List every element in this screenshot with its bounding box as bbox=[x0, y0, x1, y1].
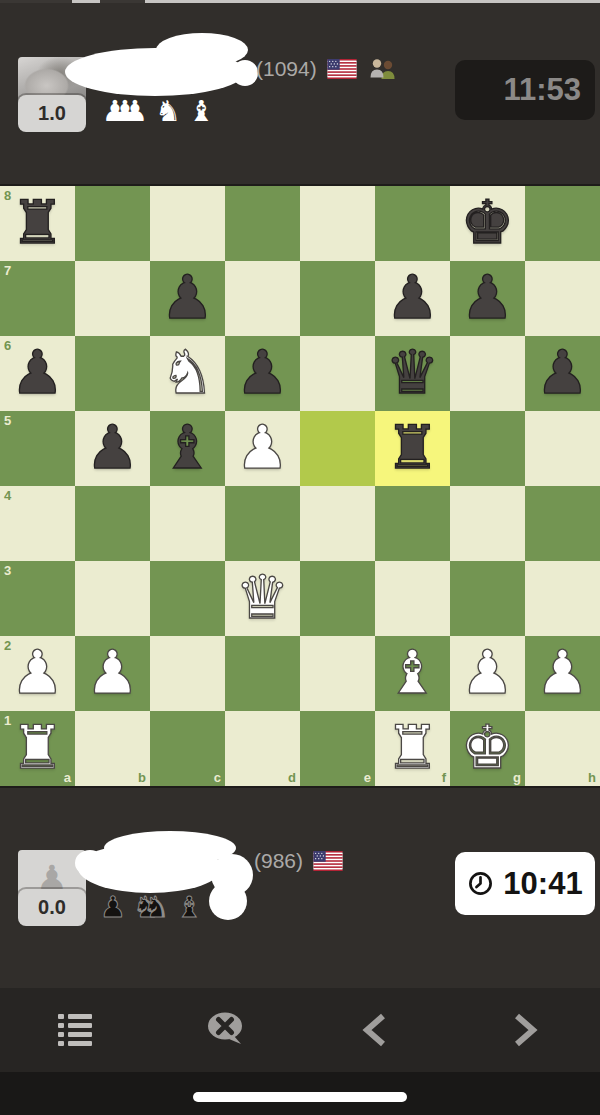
move-list-button[interactable] bbox=[52, 1007, 98, 1053]
square-g8[interactable]: ♚ bbox=[450, 186, 525, 261]
square-d8[interactable] bbox=[225, 186, 300, 261]
square-e2[interactable] bbox=[300, 636, 375, 711]
square-h1[interactable]: h bbox=[525, 711, 600, 786]
coord-file-a: a bbox=[64, 771, 71, 784]
square-e7[interactable] bbox=[300, 261, 375, 336]
square-c3[interactable] bbox=[150, 561, 225, 636]
square-g5[interactable] bbox=[450, 411, 525, 486]
square-b4[interactable] bbox=[75, 486, 150, 561]
bottom-player-rating: (986) bbox=[254, 849, 303, 873]
black-pawn-h6: ♟ bbox=[536, 342, 590, 402]
black-rook-a8: ♜ bbox=[11, 192, 65, 252]
square-f3[interactable] bbox=[375, 561, 450, 636]
forward-button[interactable] bbox=[502, 1007, 548, 1053]
coord-file-e: e bbox=[364, 771, 371, 784]
square-b2[interactable]: ♟ bbox=[75, 636, 150, 711]
white-pawn-b2: ♟ bbox=[86, 642, 140, 702]
black-pawn-f7: ♟ bbox=[386, 267, 440, 327]
white-knight-c6: ♞ bbox=[161, 342, 215, 402]
white-pawn-g2: ♟ bbox=[461, 642, 515, 702]
square-c4[interactable] bbox=[150, 486, 225, 561]
coord-file-g: g bbox=[513, 771, 521, 784]
square-b8[interactable] bbox=[75, 186, 150, 261]
square-b7[interactable] bbox=[75, 261, 150, 336]
square-e4[interactable] bbox=[300, 486, 375, 561]
square-e3[interactable] bbox=[300, 561, 375, 636]
back-button[interactable] bbox=[352, 1007, 398, 1053]
white-pawn-d5: ♟ bbox=[236, 417, 290, 477]
square-e5[interactable] bbox=[300, 411, 375, 486]
square-d7[interactable] bbox=[225, 261, 300, 336]
square-a6[interactable]: 6♟ bbox=[0, 336, 75, 411]
us-flag-icon bbox=[327, 59, 357, 79]
move-list-icon bbox=[58, 1014, 92, 1046]
redacted-name-scribble bbox=[70, 823, 265, 928]
square-b5[interactable]: ♟ bbox=[75, 411, 150, 486]
coord-file-h: h bbox=[588, 771, 596, 784]
square-a8[interactable]: 8♜ bbox=[0, 186, 75, 261]
us-flag-icon bbox=[313, 851, 343, 871]
bottom-player-name-row[interactable]: (986) bbox=[254, 848, 343, 874]
captured-white-pawn-icon: ♟ bbox=[122, 97, 148, 126]
coord-rank-5: 5 bbox=[4, 414, 11, 427]
white-pawn-a2: ♟ bbox=[11, 642, 65, 702]
square-c6[interactable]: ♞ bbox=[150, 336, 225, 411]
square-d4[interactable] bbox=[225, 486, 300, 561]
coord-rank-4: 4 bbox=[4, 489, 11, 502]
white-pawn-h2: ♟ bbox=[536, 642, 590, 702]
black-pawn-b5: ♟ bbox=[86, 417, 140, 477]
black-queen-f6: ♛ bbox=[386, 342, 440, 402]
white-rook-f1: ♜ bbox=[386, 717, 440, 777]
square-f8[interactable] bbox=[375, 186, 450, 261]
bottom-player-clock: 10:41 bbox=[455, 852, 595, 915]
square-d3[interactable]: ♛ bbox=[225, 561, 300, 636]
square-h6[interactable]: ♟ bbox=[525, 336, 600, 411]
coord-rank-6: 6 bbox=[4, 339, 11, 352]
square-f5[interactable]: ♜ bbox=[375, 411, 450, 486]
square-c7[interactable]: ♟ bbox=[150, 261, 225, 336]
captured-white-bishop-icon: ♝ bbox=[188, 97, 214, 126]
top-player-rating: (1094) bbox=[256, 57, 317, 81]
status-bar-redaction bbox=[100, 0, 145, 3]
square-a1[interactable]: 1a♜ bbox=[0, 711, 75, 786]
square-e6[interactable] bbox=[300, 336, 375, 411]
black-pawn-g7: ♟ bbox=[461, 267, 515, 327]
top-player-name-row[interactable]: (1094) bbox=[256, 56, 399, 82]
coord-rank-8: 8 bbox=[4, 189, 11, 202]
square-c1[interactable]: c bbox=[150, 711, 225, 786]
square-d6[interactable]: ♟ bbox=[225, 336, 300, 411]
white-bishop-f2: ♝ bbox=[386, 642, 440, 702]
two-people-icon bbox=[367, 57, 399, 81]
coord-rank-3: 3 bbox=[4, 564, 11, 577]
game-toolbar bbox=[0, 988, 600, 1072]
square-f1[interactable]: f♜ bbox=[375, 711, 450, 786]
home-indicator[interactable] bbox=[193, 1092, 407, 1102]
captured-white-knight-icon: ♞ bbox=[155, 97, 181, 126]
black-pawn-c7: ♟ bbox=[161, 267, 215, 327]
square-a4[interactable]: 4 bbox=[0, 486, 75, 561]
white-rook-a1: ♜ bbox=[11, 717, 65, 777]
square-b6[interactable] bbox=[75, 336, 150, 411]
redacted-name-scribble bbox=[60, 28, 265, 100]
square-b1[interactable]: b bbox=[75, 711, 150, 786]
coord-file-d: d bbox=[288, 771, 296, 784]
status-bar bbox=[0, 0, 600, 3]
black-king-g8: ♚ bbox=[461, 192, 515, 252]
board-bottom-edge bbox=[0, 786, 600, 788]
square-g7[interactable]: ♟ bbox=[450, 261, 525, 336]
square-g1[interactable]: g♚ bbox=[450, 711, 525, 786]
chat-disabled-button[interactable] bbox=[202, 1007, 248, 1053]
coord-rank-2: 2 bbox=[4, 639, 11, 652]
square-a5[interactable]: 5 bbox=[0, 411, 75, 486]
square-h8[interactable] bbox=[525, 186, 600, 261]
square-g2[interactable]: ♟ bbox=[450, 636, 525, 711]
top-player-clock: 11:53 bbox=[455, 60, 595, 120]
chess-board: 8♜♚7♟♟♟6♟♞♟♛♟5♟♝♟♜43♛2♟♟♝♟♟1a♜bcdef♜g♚h bbox=[0, 186, 600, 786]
square-e8[interactable] bbox=[300, 186, 375, 261]
black-pawn-d6: ♟ bbox=[236, 342, 290, 402]
square-a3[interactable]: 3 bbox=[0, 561, 75, 636]
square-d5[interactable]: ♟ bbox=[225, 411, 300, 486]
status-bar-redaction bbox=[0, 0, 72, 3]
square-h5[interactable] bbox=[525, 411, 600, 486]
black-rook-f5: ♜ bbox=[386, 417, 440, 477]
coord-file-f: f bbox=[442, 771, 446, 784]
square-f6[interactable]: ♛ bbox=[375, 336, 450, 411]
square-c2[interactable] bbox=[150, 636, 225, 711]
bottom-player-clock-time: 10:41 bbox=[503, 866, 582, 902]
white-queen-d3: ♛ bbox=[236, 567, 290, 627]
white-king-g1: ♚ bbox=[461, 717, 515, 777]
coord-rank-7: 7 bbox=[4, 264, 11, 277]
chevron-right-icon bbox=[512, 1013, 538, 1047]
square-g4[interactable] bbox=[450, 486, 525, 561]
square-g6[interactable] bbox=[450, 336, 525, 411]
square-h4[interactable] bbox=[525, 486, 600, 561]
square-e1[interactable]: e bbox=[300, 711, 375, 786]
square-d2[interactable] bbox=[225, 636, 300, 711]
square-f4[interactable] bbox=[375, 486, 450, 561]
chat-disabled-icon bbox=[204, 1011, 246, 1049]
square-h3[interactable] bbox=[525, 561, 600, 636]
square-c5[interactable]: ♝ bbox=[150, 411, 225, 486]
chevron-left-icon bbox=[362, 1013, 388, 1047]
square-f2[interactable]: ♝ bbox=[375, 636, 450, 711]
coord-file-c: c bbox=[214, 771, 221, 784]
square-h2[interactable]: ♟ bbox=[525, 636, 600, 711]
coord-file-b: b bbox=[138, 771, 146, 784]
black-bishop-c5: ♝ bbox=[161, 417, 215, 477]
square-f7[interactable]: ♟ bbox=[375, 261, 450, 336]
square-d1[interactable]: d bbox=[225, 711, 300, 786]
square-b3[interactable] bbox=[75, 561, 150, 636]
square-a2[interactable]: 2♟ bbox=[0, 636, 75, 711]
square-a7[interactable]: 7 bbox=[0, 261, 75, 336]
coord-rank-1: 1 bbox=[4, 714, 11, 727]
square-c8[interactable] bbox=[150, 186, 225, 261]
square-h7[interactable] bbox=[525, 261, 600, 336]
top-player-score-badge: 1.0 bbox=[18, 95, 86, 132]
chess-game-screen: 1.0 ♟♟♟♞♝ (1094) bbox=[0, 0, 600, 1115]
square-g3[interactable] bbox=[450, 561, 525, 636]
black-pawn-a6: ♟ bbox=[11, 342, 65, 402]
clock-icon bbox=[467, 870, 494, 897]
